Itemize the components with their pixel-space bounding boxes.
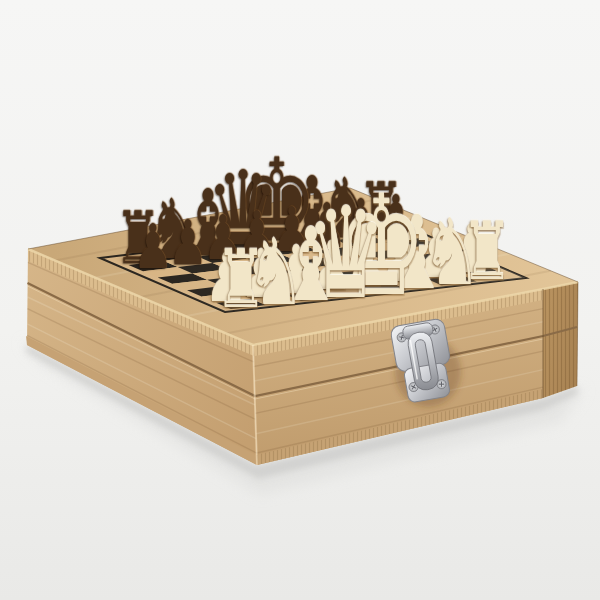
piece-white-rook-a1[interactable]: ♜ [212,240,270,320]
piece-black-pawn-a7[interactable]: ♟ [131,217,175,279]
box-right-end-grain [543,282,578,398]
chess-box-photo: ♜♞♝♛♚♝♞♜♟♟♟♟♟♟♟♟♟♟♟♟♟♟♟♟♜♞♝♛♚♝♞♜ [0,0,600,600]
